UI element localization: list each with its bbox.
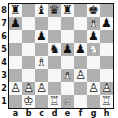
- piece-wP-g2[interactable]: ♟♙: [87, 82, 100, 95]
- piece-outline: ♙: [74, 69, 87, 82]
- rank-label-7: 7: [0, 17, 8, 30]
- square-e3[interactable]: ♝♗: [61, 69, 74, 82]
- piece-outline: ♔: [22, 95, 35, 108]
- square-f7[interactable]: [74, 17, 87, 30]
- square-h1[interactable]: ♜♖: [100, 95, 113, 108]
- piece-wP-a2[interactable]: ♟♙: [9, 82, 22, 95]
- square-h6[interactable]: [100, 30, 113, 43]
- square-d5[interactable]: ♞: [48, 43, 61, 56]
- piece-wP-c2[interactable]: ♟♙: [35, 82, 48, 95]
- rank-label-8: 8: [0, 4, 8, 17]
- square-c1[interactable]: [35, 95, 48, 108]
- file-label-g: g: [87, 109, 100, 118]
- square-f2[interactable]: [74, 82, 87, 95]
- piece-wB-c4[interactable]: ♝♗: [35, 56, 48, 69]
- square-b8[interactable]: [22, 4, 35, 17]
- rank-label-2: 2: [0, 82, 8, 95]
- piece-outline: ♖: [100, 95, 113, 108]
- rank-label-5: 5: [0, 43, 8, 56]
- square-b7[interactable]: [22, 17, 35, 30]
- file-label-b: b: [22, 109, 35, 118]
- piece-bP-c6[interactable]: ♟: [35, 30, 48, 43]
- rank-label-4: 4: [0, 56, 8, 69]
- square-h5[interactable]: [100, 43, 113, 56]
- piece-bR-e8[interactable]: ♜: [61, 4, 74, 17]
- piece-wN-g5[interactable]: ♞♘: [87, 43, 100, 56]
- square-g2[interactable]: ♟♙: [87, 82, 100, 95]
- piece-wB-e3[interactable]: ♝♗: [61, 69, 74, 82]
- piece-bP-h7[interactable]: ♟: [100, 17, 113, 30]
- file-label-f: f: [74, 109, 87, 118]
- square-d3[interactable]: [48, 69, 61, 82]
- piece-wQ-e1[interactable]: ♛♕: [61, 95, 74, 108]
- square-a5[interactable]: [9, 43, 22, 56]
- piece-wR-d1[interactable]: ♜♖: [48, 95, 61, 108]
- piece-bN-d5[interactable]: ♞: [48, 43, 61, 56]
- piece-wP-f3[interactable]: ♟♙: [74, 69, 87, 82]
- square-d4[interactable]: [48, 56, 61, 69]
- square-a7[interactable]: ♟: [9, 17, 22, 30]
- piece-bP-a7[interactable]: ♟: [9, 17, 22, 30]
- square-a1[interactable]: [9, 95, 22, 108]
- square-f1[interactable]: [74, 95, 87, 108]
- square-a4[interactable]: [9, 56, 22, 69]
- piece-bQ-d8[interactable]: ♛: [48, 4, 61, 17]
- square-c4[interactable]: ♝♗: [35, 56, 48, 69]
- piece-wR-h1[interactable]: ♜♖: [100, 95, 113, 108]
- square-b6[interactable]: [22, 30, 35, 43]
- square-e8[interactable]: ♜: [61, 4, 74, 17]
- piece-outline: ♘: [87, 43, 100, 56]
- square-b1[interactable]: ♚♔: [22, 95, 35, 108]
- piece-outline: ♙: [9, 82, 22, 95]
- square-b5[interactable]: [22, 43, 35, 56]
- square-a6[interactable]: [9, 30, 22, 43]
- square-c2[interactable]: ♟♙: [35, 82, 48, 95]
- file-label-d: d: [48, 109, 61, 118]
- file-label-h: h: [100, 109, 113, 118]
- piece-outline: ♙: [87, 82, 100, 95]
- piece-outline: ♗: [61, 69, 74, 82]
- rank-label-1: 1: [0, 95, 8, 108]
- square-f8[interactable]: [74, 4, 87, 17]
- square-c6[interactable]: ♟: [35, 30, 48, 43]
- file-label-c: c: [35, 109, 48, 118]
- square-a2[interactable]: ♟♙: [9, 82, 22, 95]
- square-h4[interactable]: [100, 56, 113, 69]
- square-g4[interactable]: [87, 56, 100, 69]
- piece-bP-e5[interactable]: ♟: [61, 43, 74, 56]
- square-e1[interactable]: ♛♕: [61, 95, 74, 108]
- file-label-e: e: [61, 109, 74, 118]
- square-e5[interactable]: ♟: [61, 43, 74, 56]
- chess-diagram: 87654321 ♜♝♛♜♚♟♝♗♟♟♟♞♟♟♞♘♝♗♝♗♟♙♟♙♟♙♟♙♟♙♟…: [0, 0, 118, 118]
- square-d1[interactable]: ♜♖: [48, 95, 61, 108]
- square-c8[interactable]: ♝: [35, 4, 48, 17]
- square-g1[interactable]: [87, 95, 100, 108]
- square-f5[interactable]: ♟: [74, 43, 87, 56]
- piece-outline: ♗: [35, 56, 48, 69]
- piece-outline: ♕: [61, 95, 74, 108]
- rank-label-3: 3: [0, 69, 8, 82]
- piece-outline: ♖: [48, 95, 61, 108]
- square-h7[interactable]: ♟: [100, 17, 113, 30]
- square-e7[interactable]: [61, 17, 74, 30]
- piece-bP-f5[interactable]: ♟: [74, 43, 87, 56]
- square-b4[interactable]: [22, 56, 35, 69]
- rank-label-6: 6: [0, 30, 8, 43]
- square-f3[interactable]: ♟♙: [74, 69, 87, 82]
- square-d7[interactable]: [48, 17, 61, 30]
- piece-outline: ♙: [35, 82, 48, 95]
- piece-wK-b1[interactable]: ♚♔: [22, 95, 35, 108]
- square-g5[interactable]: ♞♘: [87, 43, 100, 56]
- piece-bB-c8[interactable]: ♝: [35, 4, 48, 17]
- square-d8[interactable]: ♛: [48, 4, 61, 17]
- file-label-a: a: [9, 109, 22, 118]
- chess-board: ♜♝♛♜♚♟♝♗♟♟♟♞♟♟♞♘♝♗♝♗♟♙♟♙♟♙♟♙♟♙♟♙♚♔♜♖♛♕♜♖: [8, 3, 114, 109]
